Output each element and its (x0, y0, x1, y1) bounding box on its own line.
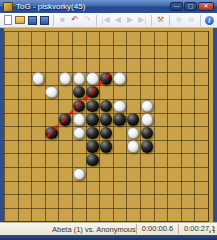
black-stone (100, 113, 112, 125)
black-stone (86, 113, 98, 125)
white-stone (59, 72, 71, 84)
redo-button[interactable]: ↷ (82, 14, 93, 26)
prev-move-button[interactable]: ◀ (112, 14, 123, 26)
white-stone (45, 86, 57, 98)
close-button[interactable]: ✕ (198, 2, 214, 11)
black-stone (86, 140, 98, 152)
toolbar: ■↶↷|◀◀▶▶|⚒⊕⊖i (0, 13, 217, 28)
black-stone (100, 100, 112, 112)
zoom-out-button[interactable]: ⊖ (185, 14, 196, 26)
white-stone (73, 168, 85, 180)
about-button[interactable]: i (204, 14, 215, 26)
toolbar-separator (53, 15, 54, 26)
save-as-button[interactable] (39, 14, 50, 26)
maximize-button[interactable]: ▢ (184, 2, 197, 11)
white-stone (113, 72, 125, 84)
white-stone (127, 140, 139, 152)
save-icon (28, 16, 37, 25)
open-button[interactable] (14, 14, 25, 26)
white-stone (113, 100, 125, 112)
new-board-icon (4, 15, 12, 25)
black-stone (113, 113, 125, 125)
stop-button[interactable]: ■ (57, 14, 68, 26)
first-move-button[interactable]: |◀ (100, 14, 111, 26)
toolbar-separator (169, 15, 170, 26)
save-button[interactable] (27, 14, 38, 26)
info-icon: i (205, 16, 214, 25)
toolbar-separator (200, 15, 201, 26)
white-stone (73, 113, 85, 125)
player1-clock: 0:00:00.6 (136, 224, 178, 234)
black-stone (86, 154, 98, 166)
white-stone (141, 113, 153, 125)
white-stone (73, 72, 85, 84)
minimize-button[interactable]: — (170, 2, 183, 11)
status-bar: Abeta (1) vs. Anonymous 0:00:00.6 0:00:2… (0, 222, 217, 235)
last-move-button[interactable]: ▶| (137, 14, 148, 26)
black-stone (100, 127, 112, 139)
undo-button[interactable]: ↶ (69, 14, 80, 26)
black-stone (141, 140, 153, 152)
resize-grip[interactable] (208, 226, 216, 234)
black-stone (100, 140, 112, 152)
white-stone (73, 127, 85, 139)
toolbar-separator (96, 15, 97, 26)
zoom-in-button[interactable]: ⊕ (173, 14, 184, 26)
black-stone (141, 127, 153, 139)
title-bar[interactable]: ToG - piskvorky(45) — ▢ ✕ (0, 0, 217, 13)
toolbar-separator (151, 15, 152, 26)
open-icon (15, 16, 25, 24)
new-board-button[interactable] (2, 14, 13, 26)
gomoku-board[interactable] (4, 28, 213, 222)
save-as-icon (40, 16, 49, 25)
black-stone (73, 86, 85, 98)
settings-button[interactable]: ⚒ (155, 14, 166, 26)
black-stone (86, 127, 98, 139)
window-title: ToG - piskvorky(45) (16, 3, 167, 11)
black-stone (86, 100, 98, 112)
white-stone (141, 100, 153, 112)
app-icon (3, 2, 13, 12)
window-border (0, 235, 217, 240)
players-label: Abeta (1) vs. Anonymous (52, 225, 136, 234)
next-move-button[interactable]: ▶ (124, 14, 135, 26)
black-stone (127, 113, 139, 125)
app-window: ToG - piskvorky(45) — ▢ ✕ ■↶↷|◀◀▶▶|⚒⊕⊖i … (0, 0, 217, 240)
board-grid[interactable] (4, 31, 209, 222)
white-stone (32, 72, 44, 84)
white-stone (86, 72, 98, 84)
white-stone (127, 127, 139, 139)
